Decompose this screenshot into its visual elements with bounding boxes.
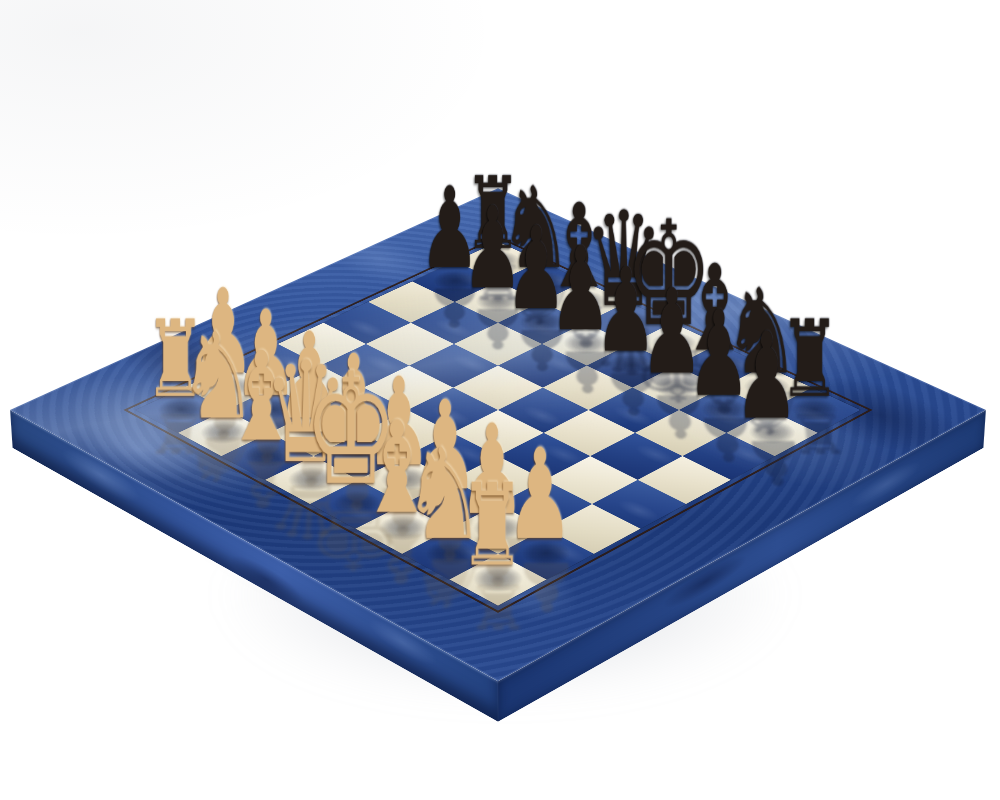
pieces-layer: ♜♜♞♞♝♝♛♛♚♚♝♝♞♞♜♜♟♟♟♟♟♟♟♟♟♟♟♟♟♟♟♟♟♟♟♟♟♟♟♟… [10, 188, 986, 681]
black-pawn-icon: ♟ [718, 316, 815, 435]
white-rook-icon: ♜ [434, 469, 551, 583]
chess-board: ♜♜♞♞♝♝♛♛♚♚♝♝♞♞♜♜♟♟♟♟♟♟♟♟♟♟♟♟♟♟♟♟♟♟♟♟♟♟♟♟… [10, 188, 986, 681]
gloss-reflection: ♟ [724, 432, 829, 494]
scene: ♜♜♞♞♝♝♛♛♚♚♝♝♞♞♜♜♟♟♟♟♟♟♟♟♟♟♟♟♟♟♟♟♟♟♟♟♟♟♟♟… [0, 0, 1000, 800]
gloss-reflection: ♜ [438, 575, 557, 637]
